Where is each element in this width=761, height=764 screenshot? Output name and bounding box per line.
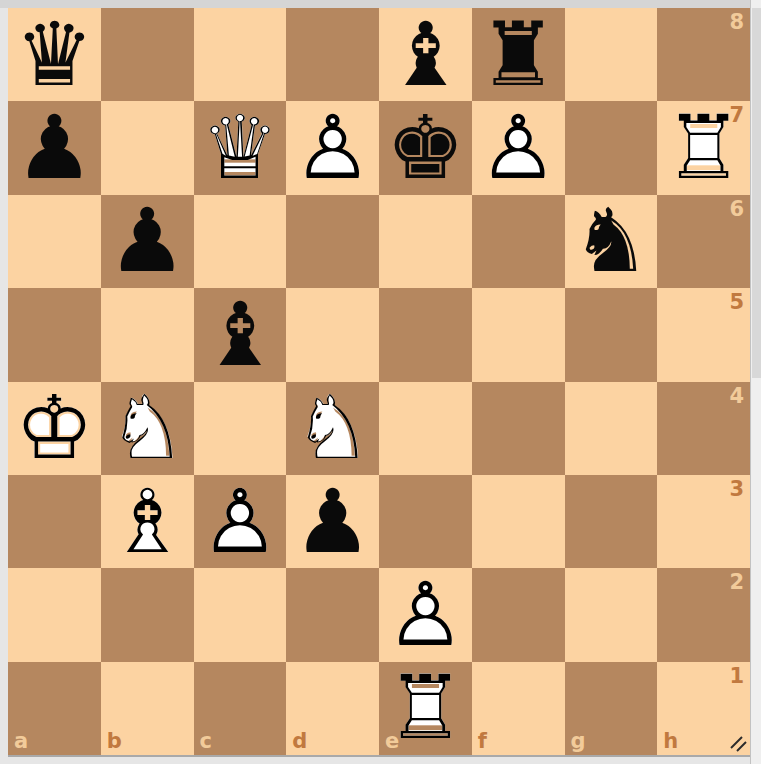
square-a6[interactable] [8, 195, 101, 288]
black-queen-glyph: ♛ [8, 8, 101, 101]
piece-white-rook[interactable]: ♜♖ [379, 662, 472, 755]
rank-label-2: 2 [729, 572, 744, 593]
square-b1[interactable]: b [101, 662, 194, 755]
square-h4[interactable]: 4 [657, 382, 750, 475]
white-knight-outline: ♘ [101, 382, 194, 475]
square-a2[interactable] [8, 568, 101, 661]
square-d1[interactable]: d [286, 662, 379, 755]
white-pawn-outline: ♙ [472, 101, 565, 194]
black-king-glyph: ♚ [379, 101, 472, 194]
file-label-a: a [14, 731, 28, 752]
piece-black-bishop[interactable]: ♝ [194, 288, 287, 381]
square-h5[interactable]: 5 [657, 288, 750, 381]
rank-label-3: 3 [729, 479, 744, 500]
square-b7[interactable] [101, 101, 194, 194]
rank-label-8: 8 [729, 12, 744, 33]
square-c1[interactable]: c [194, 662, 287, 755]
square-c3[interactable]: ♟♙ [194, 475, 287, 568]
piece-black-king[interactable]: ♚ [379, 101, 472, 194]
square-d7[interactable]: ♟♙ [286, 101, 379, 194]
piece-white-pawn[interactable]: ♟♙ [472, 101, 565, 194]
black-pawn-glyph: ♟ [101, 195, 194, 288]
scrollbar[interactable] [750, 0, 761, 764]
piece-black-pawn[interactable]: ♟ [8, 101, 101, 194]
square-e6[interactable] [379, 195, 472, 288]
square-e2[interactable]: ♟♙ [379, 568, 472, 661]
square-c6[interactable] [194, 195, 287, 288]
white-rook-outline: ♖ [379, 662, 472, 755]
white-pawn-outline: ♙ [194, 475, 287, 568]
piece-white-knight[interactable]: ♞♘ [101, 382, 194, 475]
square-h8[interactable]: 8 [657, 8, 750, 101]
scrollbar-thumb[interactable] [752, 8, 761, 378]
square-d2[interactable] [286, 568, 379, 661]
square-h7[interactable]: 7♜♖ [657, 101, 750, 194]
resize-handle-icon[interactable] [729, 734, 747, 752]
white-knight-outline: ♘ [286, 382, 379, 475]
square-g3[interactable] [565, 475, 658, 568]
square-h3[interactable]: 3 [657, 475, 750, 568]
board-window: ♛♝♜8♟♛♕♟♙♚♟♙7♜♖♟♞6♝5♚♔♞♘♞♘4♝♗♟♙♟3♟♙2abcd… [0, 0, 761, 764]
square-g5[interactable] [565, 288, 658, 381]
square-c7[interactable]: ♛♕ [194, 101, 287, 194]
square-d8[interactable] [286, 8, 379, 101]
square-c4[interactable] [194, 382, 287, 475]
rank-label-4: 4 [729, 386, 744, 407]
square-g4[interactable] [565, 382, 658, 475]
square-a5[interactable] [8, 288, 101, 381]
black-knight-glyph: ♞ [565, 195, 658, 288]
square-f4[interactable] [472, 382, 565, 475]
square-h2[interactable]: 2 [657, 568, 750, 661]
square-f3[interactable] [472, 475, 565, 568]
square-b4[interactable]: ♞♘ [101, 382, 194, 475]
file-label-b: b [107, 731, 122, 752]
square-c2[interactable] [194, 568, 287, 661]
piece-black-pawn[interactable]: ♟ [101, 195, 194, 288]
piece-white-queen[interactable]: ♛♕ [194, 101, 287, 194]
square-b8[interactable] [101, 8, 194, 101]
piece-black-bishop[interactable]: ♝ [379, 8, 472, 101]
square-a1[interactable]: a [8, 662, 101, 755]
piece-white-pawn[interactable]: ♟♙ [379, 568, 472, 661]
square-e7[interactable]: ♚ [379, 101, 472, 194]
square-d6[interactable] [286, 195, 379, 288]
black-bishop-glyph: ♝ [379, 8, 472, 101]
square-h1[interactable]: 1h [657, 662, 750, 755]
rank-label-6: 6 [729, 199, 744, 220]
black-rook-glyph: ♜ [472, 8, 565, 101]
square-d3[interactable]: ♟ [286, 475, 379, 568]
square-f7[interactable]: ♟♙ [472, 101, 565, 194]
square-b2[interactable] [101, 568, 194, 661]
piece-white-pawn[interactable]: ♟♙ [286, 101, 379, 194]
file-label-c: c [200, 731, 212, 752]
square-e4[interactable] [379, 382, 472, 475]
piece-white-knight[interactable]: ♞♘ [286, 382, 379, 475]
white-bishop-outline: ♗ [101, 475, 194, 568]
square-a8[interactable]: ♛ [8, 8, 101, 101]
piece-white-king[interactable]: ♚♔ [8, 382, 101, 475]
rank-label-1: 1 [729, 666, 744, 687]
piece-white-rook[interactable]: ♜♖ [657, 101, 750, 194]
square-g6[interactable]: ♞ [565, 195, 658, 288]
piece-black-rook[interactable]: ♜ [472, 8, 565, 101]
white-rook-outline: ♖ [657, 101, 750, 194]
file-label-h: h [663, 731, 678, 752]
square-h6[interactable]: 6 [657, 195, 750, 288]
file-label-g: g [571, 731, 586, 752]
square-f5[interactable] [472, 288, 565, 381]
black-bishop-glyph: ♝ [194, 288, 287, 381]
square-a7[interactable]: ♟ [8, 101, 101, 194]
black-pawn-glyph: ♟ [8, 101, 101, 194]
square-f2[interactable] [472, 568, 565, 661]
square-g1[interactable]: g [565, 662, 658, 755]
piece-black-knight[interactable]: ♞ [565, 195, 658, 288]
file-label-f: f [478, 731, 487, 752]
piece-black-pawn[interactable]: ♟ [286, 475, 379, 568]
square-d5[interactable] [286, 288, 379, 381]
square-b3[interactable]: ♝♗ [101, 475, 194, 568]
square-f8[interactable]: ♜ [472, 8, 565, 101]
white-queen-outline: ♕ [194, 101, 287, 194]
square-d4[interactable]: ♞♘ [286, 382, 379, 475]
square-c8[interactable] [194, 8, 287, 101]
square-e8[interactable]: ♝ [379, 8, 472, 101]
square-g2[interactable] [565, 568, 658, 661]
white-pawn-outline: ♙ [379, 568, 472, 661]
square-b5[interactable] [101, 288, 194, 381]
square-g8[interactable] [565, 8, 658, 101]
white-pawn-outline: ♙ [286, 101, 379, 194]
black-pawn-glyph: ♟ [286, 475, 379, 568]
square-f1[interactable]: f [472, 662, 565, 755]
square-c5[interactable]: ♝ [194, 288, 287, 381]
piece-black-queen[interactable]: ♛ [8, 8, 101, 101]
square-f6[interactable] [472, 195, 565, 288]
chess-board[interactable]: ♛♝♜8♟♛♕♟♙♚♟♙7♜♖♟♞6♝5♚♔♞♘♞♘4♝♗♟♙♟3♟♙2abcd… [8, 8, 750, 755]
square-g7[interactable] [565, 101, 658, 194]
piece-white-pawn[interactable]: ♟♙ [194, 475, 287, 568]
rank-label-5: 5 [729, 292, 744, 313]
square-e5[interactable] [379, 288, 472, 381]
square-e1[interactable]: e♜♖ [379, 662, 472, 755]
file-label-d: d [292, 731, 307, 752]
window-top-margin [0, 0, 761, 8]
piece-white-bishop[interactable]: ♝♗ [101, 475, 194, 568]
white-king-outline: ♔ [8, 382, 101, 475]
square-b6[interactable]: ♟ [101, 195, 194, 288]
square-a3[interactable] [8, 475, 101, 568]
square-a4[interactable]: ♚♔ [8, 382, 101, 475]
square-e3[interactable] [379, 475, 472, 568]
